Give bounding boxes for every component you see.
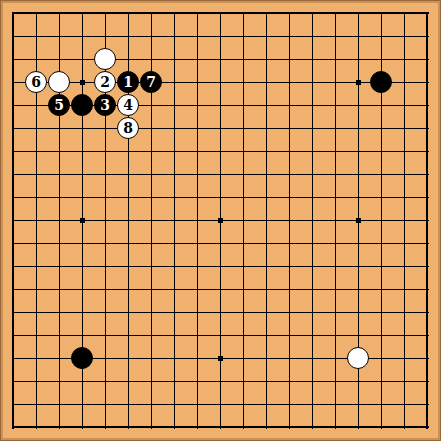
star-point (356, 80, 361, 85)
grid-line-vertical (243, 12, 244, 429)
black-stone (71, 347, 93, 369)
grid-line-horizontal (12, 312, 429, 313)
grid-line-horizontal (12, 243, 429, 244)
white-stone-move-6: 6 (25, 71, 47, 93)
grid-line-vertical (289, 12, 290, 429)
grid-line-horizontal (12, 404, 429, 405)
go-board: 62175348 (0, 0, 441, 441)
grid-line-vertical (312, 12, 313, 429)
black-stone (71, 94, 93, 116)
stone-move-number: 5 (54, 98, 64, 112)
stone-move-number: 1 (123, 75, 133, 89)
grid-line-vertical (426, 12, 428, 429)
star-point (80, 80, 85, 85)
white-stone (94, 48, 116, 70)
black-stone-move-7: 7 (140, 71, 162, 93)
white-stone-move-2: 2 (94, 71, 116, 93)
grid-line-horizontal (12, 426, 429, 428)
grid-line-vertical (404, 12, 405, 429)
grid-line-horizontal (12, 335, 429, 336)
star-point (218, 356, 223, 361)
black-stone-move-3: 3 (94, 94, 116, 116)
black-stone-move-5: 5 (48, 94, 70, 116)
black-stone-move-1: 1 (117, 71, 139, 93)
white-stone-move-8: 8 (117, 117, 139, 139)
go-board-grid: 62175348 (0, 0, 441, 441)
grid-line-horizontal (12, 266, 429, 267)
white-stone (347, 347, 369, 369)
stone-move-number: 6 (31, 75, 41, 89)
stone-move-number: 7 (146, 75, 156, 89)
star-point (356, 218, 361, 223)
grid-line-vertical (266, 12, 267, 429)
stone-move-number: 2 (100, 75, 110, 89)
grid-line-horizontal (12, 289, 429, 290)
white-stone (48, 71, 70, 93)
white-stone-move-4: 4 (117, 94, 139, 116)
grid-line-horizontal (12, 381, 429, 382)
black-stone (370, 71, 392, 93)
stone-move-number: 8 (123, 121, 133, 135)
stone-move-number: 4 (123, 98, 133, 112)
grid-line-vertical (335, 12, 336, 429)
star-point (80, 218, 85, 223)
star-point (218, 218, 223, 223)
stone-move-number: 3 (100, 98, 110, 112)
